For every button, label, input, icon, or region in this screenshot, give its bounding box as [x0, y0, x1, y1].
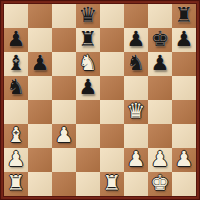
square-h8[interactable]: ♜	[172, 4, 196, 28]
piece-black-bishop[interactable]: ♝	[7, 51, 26, 75]
square-f7[interactable]: ♟	[124, 28, 148, 52]
chess-board: ♛♜♟♜♟♚♟♝♟♞♞♟♞♟♛♝♟♟♟♟♟♜♜♚	[4, 4, 196, 196]
square-d5[interactable]: ♟	[76, 76, 100, 100]
square-e5[interactable]	[100, 76, 124, 100]
piece-white-king[interactable]: ♚	[151, 171, 170, 195]
square-b7[interactable]	[28, 28, 52, 52]
square-g8[interactable]	[148, 4, 172, 28]
square-f3[interactable]	[124, 124, 148, 148]
piece-white-pawn[interactable]: ♟	[55, 123, 74, 147]
square-c2[interactable]	[52, 148, 76, 172]
square-b5[interactable]	[28, 76, 52, 100]
piece-black-knight[interactable]: ♞	[7, 75, 26, 99]
square-g7[interactable]: ♚	[148, 28, 172, 52]
square-e1[interactable]: ♜	[100, 172, 124, 196]
square-g4[interactable]	[148, 100, 172, 124]
square-h5[interactable]	[172, 76, 196, 100]
square-d2[interactable]	[76, 148, 100, 172]
piece-black-king[interactable]: ♚	[151, 27, 170, 51]
square-c5[interactable]	[52, 76, 76, 100]
square-g5[interactable]	[148, 76, 172, 100]
square-f8[interactable]	[124, 4, 148, 28]
piece-black-rook[interactable]: ♜	[79, 27, 98, 51]
square-f1[interactable]	[124, 172, 148, 196]
piece-white-rook[interactable]: ♜	[7, 171, 26, 195]
square-f4[interactable]: ♛	[124, 100, 148, 124]
piece-black-pawn[interactable]: ♟	[31, 51, 50, 75]
square-e7[interactable]	[100, 28, 124, 52]
piece-black-pawn[interactable]: ♟	[175, 27, 194, 51]
square-d1[interactable]	[76, 172, 100, 196]
piece-white-bishop[interactable]: ♝	[7, 123, 26, 147]
piece-black-knight[interactable]: ♞	[127, 51, 146, 75]
square-c4[interactable]	[52, 100, 76, 124]
square-f5[interactable]	[124, 76, 148, 100]
piece-white-pawn[interactable]: ♟	[7, 147, 26, 171]
square-h6[interactable]	[172, 52, 196, 76]
square-a3[interactable]: ♝	[4, 124, 28, 148]
piece-white-knight[interactable]: ♞	[79, 51, 98, 75]
square-c7[interactable]	[52, 28, 76, 52]
square-e8[interactable]	[100, 4, 124, 28]
square-a1[interactable]: ♜	[4, 172, 28, 196]
piece-black-pawn[interactable]: ♟	[7, 27, 26, 51]
square-b6[interactable]: ♟	[28, 52, 52, 76]
square-a5[interactable]: ♞	[4, 76, 28, 100]
square-g1[interactable]: ♚	[148, 172, 172, 196]
square-h7[interactable]: ♟	[172, 28, 196, 52]
square-h3[interactable]	[172, 124, 196, 148]
square-e6[interactable]	[100, 52, 124, 76]
square-d6[interactable]: ♞	[76, 52, 100, 76]
piece-white-queen[interactable]: ♛	[127, 99, 146, 123]
square-h2[interactable]: ♟	[172, 148, 196, 172]
piece-white-pawn[interactable]: ♟	[127, 147, 146, 171]
square-c3[interactable]: ♟	[52, 124, 76, 148]
square-c8[interactable]	[52, 4, 76, 28]
piece-black-rook[interactable]: ♜	[175, 3, 194, 27]
square-b8[interactable]	[28, 4, 52, 28]
square-f6[interactable]: ♞	[124, 52, 148, 76]
piece-black-queen[interactable]: ♛	[79, 3, 98, 27]
piece-white-rook[interactable]: ♜	[103, 171, 122, 195]
square-a6[interactable]: ♝	[4, 52, 28, 76]
square-e2[interactable]	[100, 148, 124, 172]
piece-white-pawn[interactable]: ♟	[151, 147, 170, 171]
square-e3[interactable]	[100, 124, 124, 148]
square-c1[interactable]	[52, 172, 76, 196]
square-g6[interactable]: ♟	[148, 52, 172, 76]
piece-black-pawn[interactable]: ♟	[127, 27, 146, 51]
square-d8[interactable]: ♛	[76, 4, 100, 28]
square-a8[interactable]	[4, 4, 28, 28]
square-g2[interactable]: ♟	[148, 148, 172, 172]
square-d4[interactable]	[76, 100, 100, 124]
square-h4[interactable]	[172, 100, 196, 124]
chess-board-frame: ♛♜♟♜♟♚♟♝♟♞♞♟♞♟♛♝♟♟♟♟♟♜♜♚	[0, 0, 200, 200]
square-a2[interactable]: ♟	[4, 148, 28, 172]
square-a4[interactable]	[4, 100, 28, 124]
square-d3[interactable]	[76, 124, 100, 148]
square-c6[interactable]	[52, 52, 76, 76]
square-g3[interactable]	[148, 124, 172, 148]
square-e4[interactable]	[100, 100, 124, 124]
square-f2[interactable]: ♟	[124, 148, 148, 172]
piece-black-pawn[interactable]: ♟	[79, 75, 98, 99]
square-a7[interactable]: ♟	[4, 28, 28, 52]
square-b3[interactable]	[28, 124, 52, 148]
square-b4[interactable]	[28, 100, 52, 124]
square-h1[interactable]	[172, 172, 196, 196]
piece-white-pawn[interactable]: ♟	[175, 147, 194, 171]
square-d7[interactable]: ♜	[76, 28, 100, 52]
square-b2[interactable]	[28, 148, 52, 172]
piece-black-pawn[interactable]: ♟	[151, 51, 170, 75]
square-b1[interactable]	[28, 172, 52, 196]
